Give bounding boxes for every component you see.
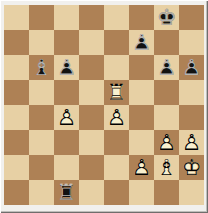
square-a3[interactable] [4, 130, 29, 155]
square-a6[interactable] [4, 55, 29, 80]
white-king[interactable]: ♚♔ [179, 155, 204, 180]
white-pawn[interactable]: ♟♙ [54, 105, 79, 130]
square-e7[interactable] [104, 30, 129, 55]
piece-glyph-outline: ♙ [129, 30, 154, 55]
piece-glyph-outline: ♖ [104, 80, 129, 105]
square-f1[interactable] [129, 180, 154, 205]
square-h2[interactable]: ♚♔ [179, 155, 204, 180]
square-d8[interactable] [79, 5, 104, 30]
square-f2[interactable]: ♟♙ [129, 155, 154, 180]
square-h8[interactable] [179, 5, 204, 30]
square-e1[interactable] [104, 180, 129, 205]
square-e8[interactable] [104, 5, 129, 30]
square-g5[interactable] [154, 80, 179, 105]
square-e3[interactable] [104, 130, 129, 155]
square-c7[interactable] [54, 30, 79, 55]
square-d2[interactable] [79, 155, 104, 180]
square-a8[interactable] [4, 5, 29, 30]
square-a5[interactable] [4, 80, 29, 105]
square-g4[interactable] [154, 105, 179, 130]
square-b5[interactable] [29, 80, 54, 105]
chess-diagram: ♚♔♟♙♝♗♟♙♟♙♟♙♜♖♟♙♟♙♟♙♟♙♟♙♝♗♚♔♜♖ [0, 0, 208, 213]
black-rook[interactable]: ♜♖ [54, 180, 79, 205]
piece-glyph-outline: ♙ [54, 105, 79, 130]
square-e5[interactable]: ♜♖ [104, 80, 129, 105]
square-f4[interactable] [129, 105, 154, 130]
square-g6[interactable]: ♟♙ [154, 55, 179, 80]
white-pawn[interactable]: ♟♙ [129, 155, 154, 180]
square-c4[interactable]: ♟♙ [54, 105, 79, 130]
square-b7[interactable] [29, 30, 54, 55]
piece-glyph-outline: ♙ [104, 105, 129, 130]
square-a7[interactable] [4, 30, 29, 55]
square-c1[interactable]: ♜♖ [54, 180, 79, 205]
square-c8[interactable] [54, 5, 79, 30]
piece-glyph-outline: ♙ [154, 55, 179, 80]
square-b6[interactable]: ♝♗ [29, 55, 54, 80]
black-pawn[interactable]: ♟♙ [54, 55, 79, 80]
piece-glyph-outline: ♙ [154, 130, 179, 155]
square-e4[interactable]: ♟♙ [104, 105, 129, 130]
square-a2[interactable] [4, 155, 29, 180]
square-e6[interactable] [104, 55, 129, 80]
square-h6[interactable]: ♟♙ [179, 55, 204, 80]
piece-glyph-outline: ♙ [179, 55, 204, 80]
piece-glyph-outline: ♙ [179, 130, 204, 155]
square-c5[interactable] [54, 80, 79, 105]
square-f7[interactable]: ♟♙ [129, 30, 154, 55]
square-b2[interactable] [29, 155, 54, 180]
square-f8[interactable] [129, 5, 154, 30]
chess-board: ♚♔♟♙♝♗♟♙♟♙♟♙♜♖♟♙♟♙♟♙♟♙♟♙♝♗♚♔♜♖ [4, 5, 204, 205]
square-a1[interactable] [4, 180, 29, 205]
square-h5[interactable] [179, 80, 204, 105]
piece-glyph-outline: ♗ [29, 55, 54, 80]
square-g7[interactable] [154, 30, 179, 55]
square-h4[interactable] [179, 105, 204, 130]
white-pawn[interactable]: ♟♙ [179, 130, 204, 155]
square-g8[interactable]: ♚♔ [154, 5, 179, 30]
piece-glyph-outline: ♔ [154, 5, 179, 30]
piece-glyph-outline: ♔ [179, 155, 204, 180]
black-pawn[interactable]: ♟♙ [154, 55, 179, 80]
square-g1[interactable] [154, 180, 179, 205]
square-c6[interactable]: ♟♙ [54, 55, 79, 80]
square-g2[interactable]: ♝♗ [154, 155, 179, 180]
square-b4[interactable] [29, 105, 54, 130]
black-bishop[interactable]: ♝♗ [29, 55, 54, 80]
square-f5[interactable] [129, 80, 154, 105]
white-pawn[interactable]: ♟♙ [104, 105, 129, 130]
black-pawn[interactable]: ♟♙ [179, 55, 204, 80]
piece-glyph-outline: ♗ [154, 155, 179, 180]
square-c3[interactable] [54, 130, 79, 155]
square-d5[interactable] [79, 80, 104, 105]
square-d6[interactable] [79, 55, 104, 80]
square-b3[interactable] [29, 130, 54, 155]
square-h1[interactable] [179, 180, 204, 205]
square-h3[interactable]: ♟♙ [179, 130, 204, 155]
white-pawn[interactable]: ♟♙ [154, 130, 179, 155]
square-d7[interactable] [79, 30, 104, 55]
piece-glyph-outline: ♙ [129, 155, 154, 180]
white-rook[interactable]: ♜♖ [104, 80, 129, 105]
square-d1[interactable] [79, 180, 104, 205]
black-pawn[interactable]: ♟♙ [129, 30, 154, 55]
square-f6[interactable] [129, 55, 154, 80]
black-king[interactable]: ♚♔ [154, 5, 179, 30]
square-g3[interactable]: ♟♙ [154, 130, 179, 155]
square-h7[interactable] [179, 30, 204, 55]
white-bishop[interactable]: ♝♗ [154, 155, 179, 180]
square-d3[interactable] [79, 130, 104, 155]
square-b8[interactable] [29, 5, 54, 30]
square-d4[interactable] [79, 105, 104, 130]
square-b1[interactable] [29, 180, 54, 205]
square-a4[interactable] [4, 105, 29, 130]
square-c2[interactable] [54, 155, 79, 180]
piece-glyph-outline: ♙ [54, 55, 79, 80]
square-f3[interactable] [129, 130, 154, 155]
square-e2[interactable] [104, 155, 129, 180]
piece-glyph-outline: ♖ [54, 180, 79, 205]
